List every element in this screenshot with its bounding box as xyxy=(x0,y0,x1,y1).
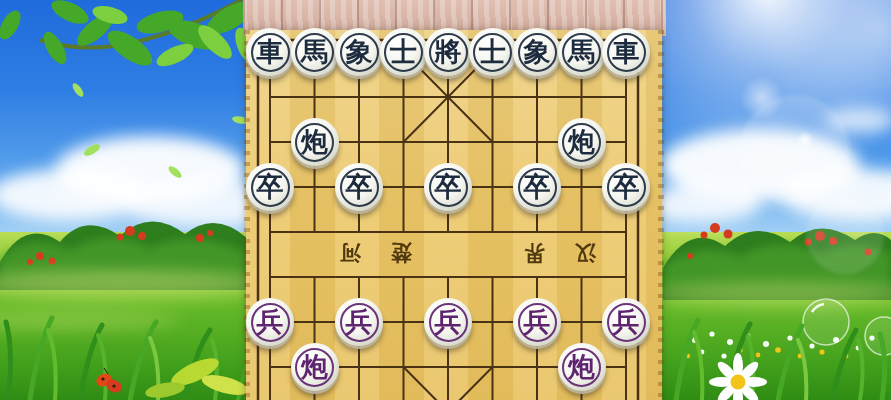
piece-glyph: 炮 xyxy=(568,128,595,155)
piece-glyph: 炮 xyxy=(568,353,595,380)
grass-right xyxy=(648,320,885,400)
piece-glyph: 卒 xyxy=(346,173,373,200)
piece-glyph: 馬 xyxy=(301,38,328,65)
piece-glyph: 車 xyxy=(613,38,640,65)
grass-left xyxy=(6,318,256,400)
piece-glyph: 車 xyxy=(257,38,284,65)
piece-glyph: 兵 xyxy=(346,308,373,335)
piece-glyph: 馬 xyxy=(568,38,595,65)
piece-black-馬[interactable]: 馬 xyxy=(558,28,606,76)
xiangqi-board[interactable]: 楚河 汉界 車馬象士將士象馬車炮炮卒卒卒卒卒兵兵兵兵兵炮炮 xyxy=(246,30,662,400)
piece-black-卒[interactable]: 卒 xyxy=(602,163,650,211)
piece-black-卒[interactable]: 卒 xyxy=(424,163,472,211)
piece-glyph: 卒 xyxy=(435,173,462,200)
piece-glyph: 兵 xyxy=(435,308,462,335)
piece-glyph: 兵 xyxy=(613,308,640,335)
piece-red-炮[interactable]: 炮 xyxy=(291,343,339,391)
piece-red-兵[interactable]: 兵 xyxy=(424,298,472,346)
piece-glyph: 炮 xyxy=(301,353,328,380)
piece-black-卒[interactable]: 卒 xyxy=(335,163,383,211)
piece-red-兵[interactable]: 兵 xyxy=(602,298,650,346)
piece-black-卒[interactable]: 卒 xyxy=(513,163,561,211)
piece-glyph: 卒 xyxy=(524,173,551,200)
piece-black-將[interactable]: 將 xyxy=(424,28,472,76)
piece-glyph: 將 xyxy=(435,38,462,65)
piece-black-士[interactable]: 士 xyxy=(380,28,428,76)
piece-black-馬[interactable]: 馬 xyxy=(291,28,339,76)
piece-black-卒[interactable]: 卒 xyxy=(246,163,294,211)
piece-black-炮[interactable]: 炮 xyxy=(558,118,606,166)
piece-red-炮[interactable]: 炮 xyxy=(558,343,606,391)
piece-glyph: 炮 xyxy=(301,128,328,155)
piece-glyph: 象 xyxy=(524,38,551,65)
piece-red-兵[interactable]: 兵 xyxy=(335,298,383,346)
piece-glyph: 士 xyxy=(390,38,417,65)
piece-glyph: 士 xyxy=(479,38,506,65)
piece-black-炮[interactable]: 炮 xyxy=(291,118,339,166)
piece-red-兵[interactable]: 兵 xyxy=(246,298,294,346)
piece-glyph: 兵 xyxy=(524,308,551,335)
piece-black-象[interactable]: 象 xyxy=(513,28,561,76)
piece-black-士[interactable]: 士 xyxy=(469,28,517,76)
piece-glyph: 卒 xyxy=(257,173,284,200)
piece-glyph: 象 xyxy=(346,38,373,65)
piece-glyph: 兵 xyxy=(257,308,284,335)
butterfly xyxy=(94,368,123,395)
piece-glyph: 卒 xyxy=(613,173,640,200)
piece-black-車[interactable]: 車 xyxy=(246,28,294,76)
board-grid[interactable]: 車馬象士將士象馬車炮炮卒卒卒卒卒兵兵兵兵兵炮炮 xyxy=(248,30,649,400)
piece-black-車[interactable]: 車 xyxy=(602,28,650,76)
piece-red-兵[interactable]: 兵 xyxy=(513,298,561,346)
piece-black-象[interactable]: 象 xyxy=(335,28,383,76)
daisy-flower xyxy=(709,353,767,400)
